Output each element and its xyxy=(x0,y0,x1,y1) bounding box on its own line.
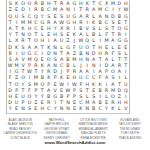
word-list: ALAN JACKSONBLAKE SHELTONBRAD PAISLEYCAR… xyxy=(3,118,147,140)
word-list-column-3: LITTLE BIG TOWNMARTINA MCBRIDEMIRANDA LA… xyxy=(76,118,111,140)
site-url: www.WordSearchAddict.com xyxy=(0,140,150,146)
word-list-column-2: FAITH HILLGARTH BROOKSGEORGE STRAITKEITH… xyxy=(40,118,75,140)
grid-cell-r18c18: V xyxy=(123,106,129,112)
word-search-grid: THANDALANDLMHTAXUSDSKOORBHTRAGHKTCXMDHZE… xyxy=(6,0,130,114)
letter-grid: THANDALANDLMHTAXUSDSKOORBHTRAGHKTCXMDHZE… xyxy=(7,0,129,113)
word-list-column-4: SUGARLANDTAYLOR SWIFTTIM MCGRAWTOBY KEIT… xyxy=(113,118,148,140)
word-list-column-1: ALAN JACKSONBLAKE SHELTONBRAD PAISLEYCAR… xyxy=(3,118,38,140)
